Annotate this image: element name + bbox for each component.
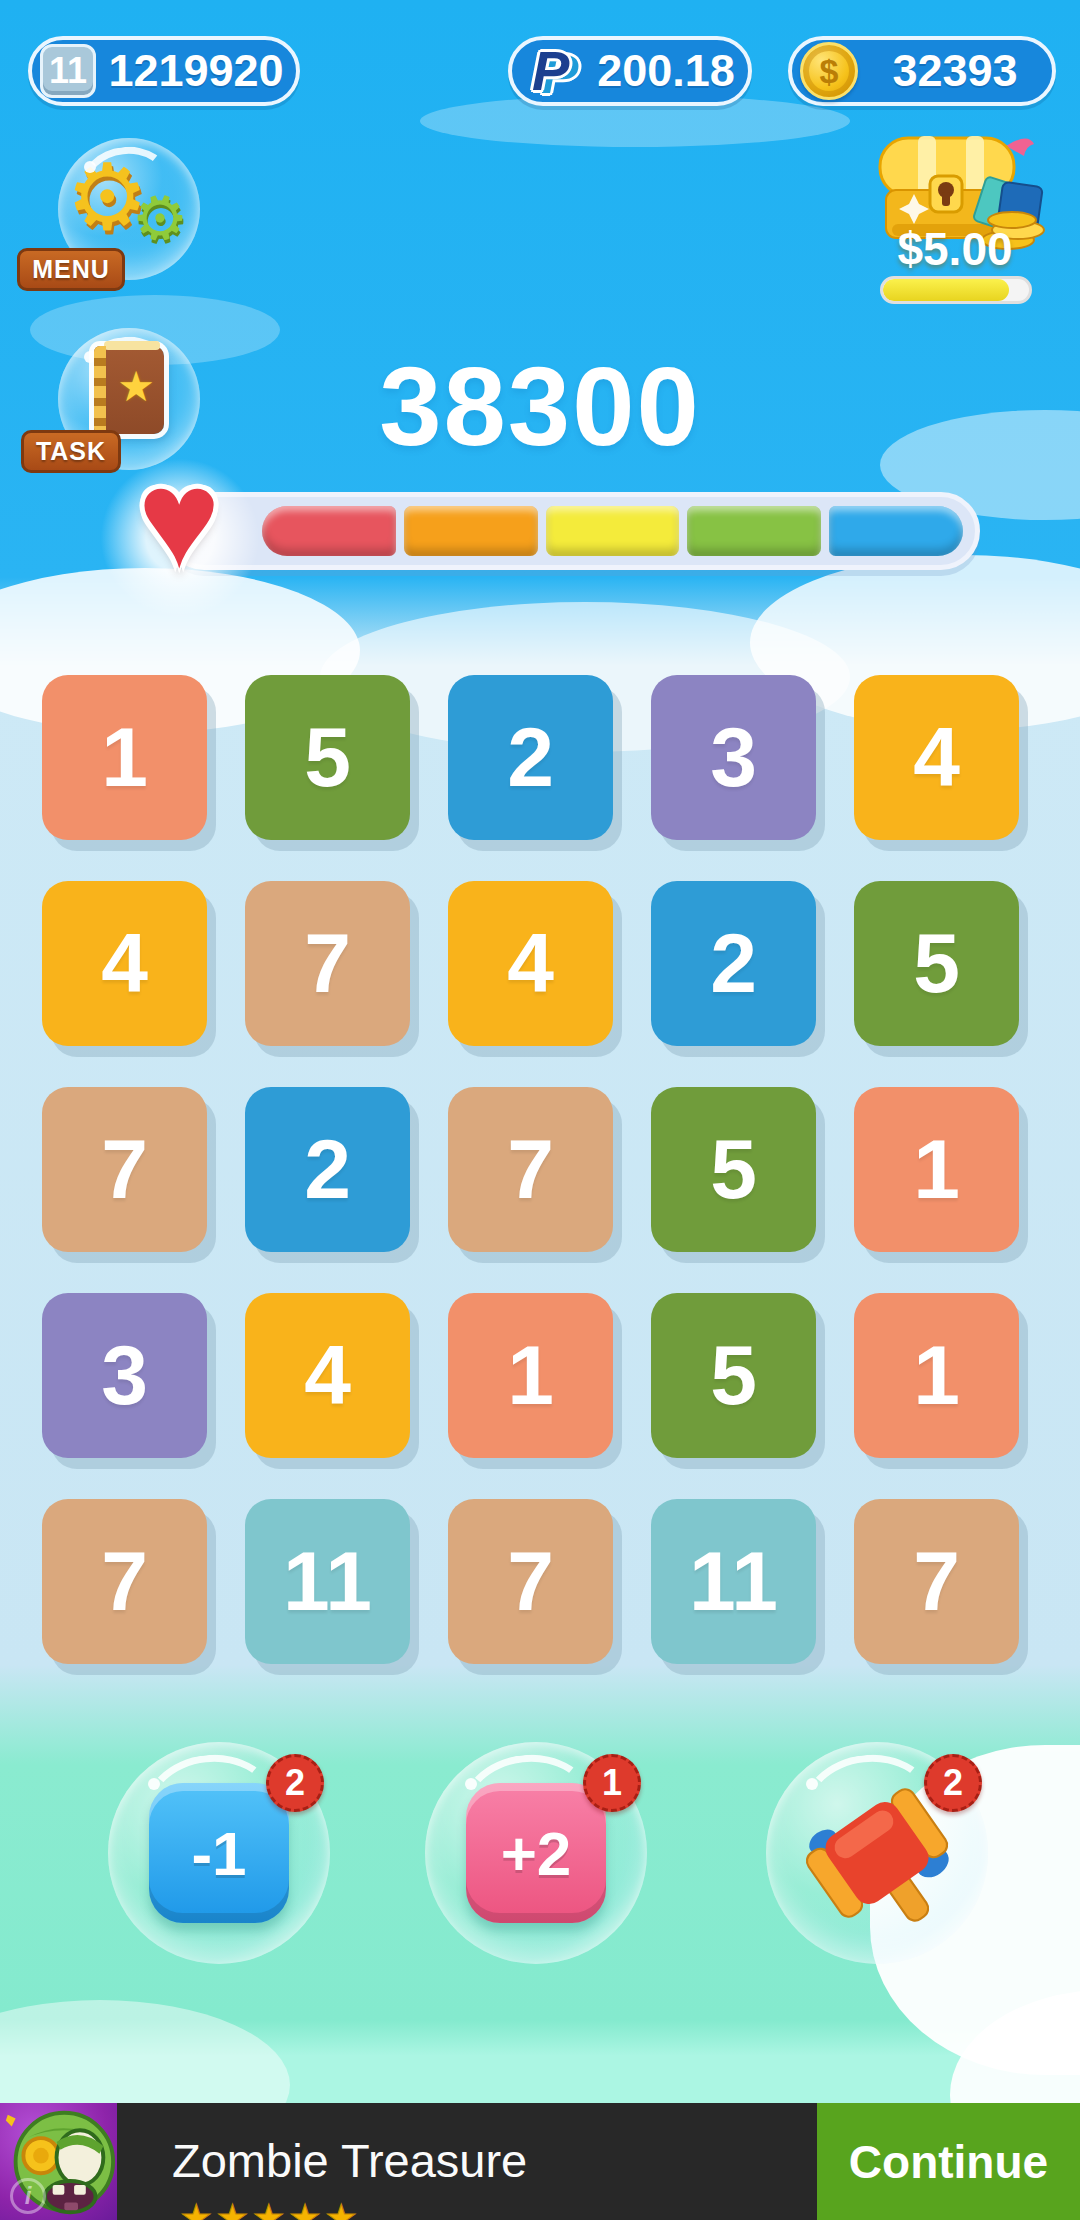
tile-r1c4[interactable]: 3	[651, 675, 816, 840]
ad-title: Zombie Treasure	[172, 2133, 527, 2188]
life-segment-blue	[829, 506, 963, 556]
minus-one-count-badge: 2	[266, 1754, 324, 1812]
tile-r5c4[interactable]: 11	[651, 1499, 816, 1664]
game-board: 1 5 2 3 4 4 7 4 2 5 7 2 7 5 1 3 4 1 5 1 …	[42, 675, 1019, 1664]
ad-rating-stars: ★★★★★	[180, 2197, 361, 2220]
life-segment-yellow	[546, 506, 680, 556]
tile-r5c1[interactable]: 7	[42, 1499, 207, 1664]
tile-r1c5[interactable]: 4	[854, 675, 1019, 840]
tile-r4c3[interactable]: 1	[448, 1293, 613, 1458]
tile-r1c1[interactable]: 1	[42, 675, 207, 840]
tile-r4c4[interactable]: 5	[651, 1293, 816, 1458]
ad-banner[interactable]: i Zombie Treasure ★★★★★ Continue	[0, 2103, 1080, 2220]
tile-r5c2[interactable]: 11	[245, 1499, 410, 1664]
paypal-icon: P P	[526, 40, 584, 102]
total-score-value: 1219920	[96, 45, 296, 97]
tile-r2c2[interactable]: 7	[245, 881, 410, 1046]
tile-r3c2[interactable]: 2	[245, 1087, 410, 1252]
paypal-balance-pill[interactable]: P P 200.18	[508, 36, 752, 106]
tile-r2c4[interactable]: 2	[651, 881, 816, 1046]
tile-r3c5[interactable]: 1	[854, 1087, 1019, 1252]
plus-two-count-badge: 1	[583, 1754, 641, 1812]
tile-r1c3[interactable]: 2	[448, 675, 613, 840]
menu-label: MENU	[17, 248, 125, 291]
life-segment-green	[687, 506, 821, 556]
life-bar-segments	[262, 506, 963, 556]
level-badge: 11	[40, 44, 96, 98]
tile-r3c4[interactable]: 5	[651, 1087, 816, 1252]
plus-two-tile[interactable]: +2	[466, 1783, 606, 1923]
ad-info-icon[interactable]: i	[10, 2178, 46, 2214]
ad-continue-button[interactable]: Continue	[817, 2103, 1080, 2220]
coin-balance-value: 32393	[858, 45, 1052, 97]
tile-r5c3[interactable]: 7	[448, 1499, 613, 1664]
tile-r3c1[interactable]: 7	[42, 1087, 207, 1252]
coin-icon: $	[800, 42, 858, 100]
life-bar-track	[165, 492, 980, 570]
tile-r1c2[interactable]: 5	[245, 675, 410, 840]
coin-balance-pill[interactable]: $ 32393	[788, 36, 1056, 106]
powerup-minus-one-button[interactable]: -1 2	[108, 1742, 330, 1964]
powerup-hammer-button[interactable]: 2	[766, 1742, 988, 1964]
menu-label-plate[interactable]: MENU	[0, 248, 142, 291]
chest-progress-fill	[883, 279, 1009, 301]
life-segment-orange	[404, 506, 538, 556]
tile-r5c5[interactable]: 7	[854, 1499, 1019, 1664]
tile-r4c2[interactable]: 4	[245, 1293, 410, 1458]
tile-r2c5[interactable]: 5	[854, 881, 1019, 1046]
tile-r2c1[interactable]: 4	[42, 881, 207, 1046]
minus-one-tile[interactable]: -1	[149, 1783, 289, 1923]
life-segment-red	[262, 506, 396, 556]
level-score-pill[interactable]: 11 1219920	[28, 36, 300, 106]
chest-progress-bar	[880, 276, 1032, 304]
chest-reward-amount: $5.00	[860, 222, 1050, 276]
tile-r4c1[interactable]: 3	[42, 1293, 207, 1458]
tile-r2c3[interactable]: 4	[448, 881, 613, 1046]
tile-r3c3[interactable]: 7	[448, 1087, 613, 1252]
powerup-plus-two-button[interactable]: +2 1	[425, 1742, 647, 1964]
hammer-count-badge: 2	[924, 1754, 982, 1812]
paypal-balance-value: 200.18	[584, 45, 748, 97]
heart-icon: ♥	[104, 444, 254, 594]
tile-r4c5[interactable]: 1	[854, 1293, 1019, 1458]
